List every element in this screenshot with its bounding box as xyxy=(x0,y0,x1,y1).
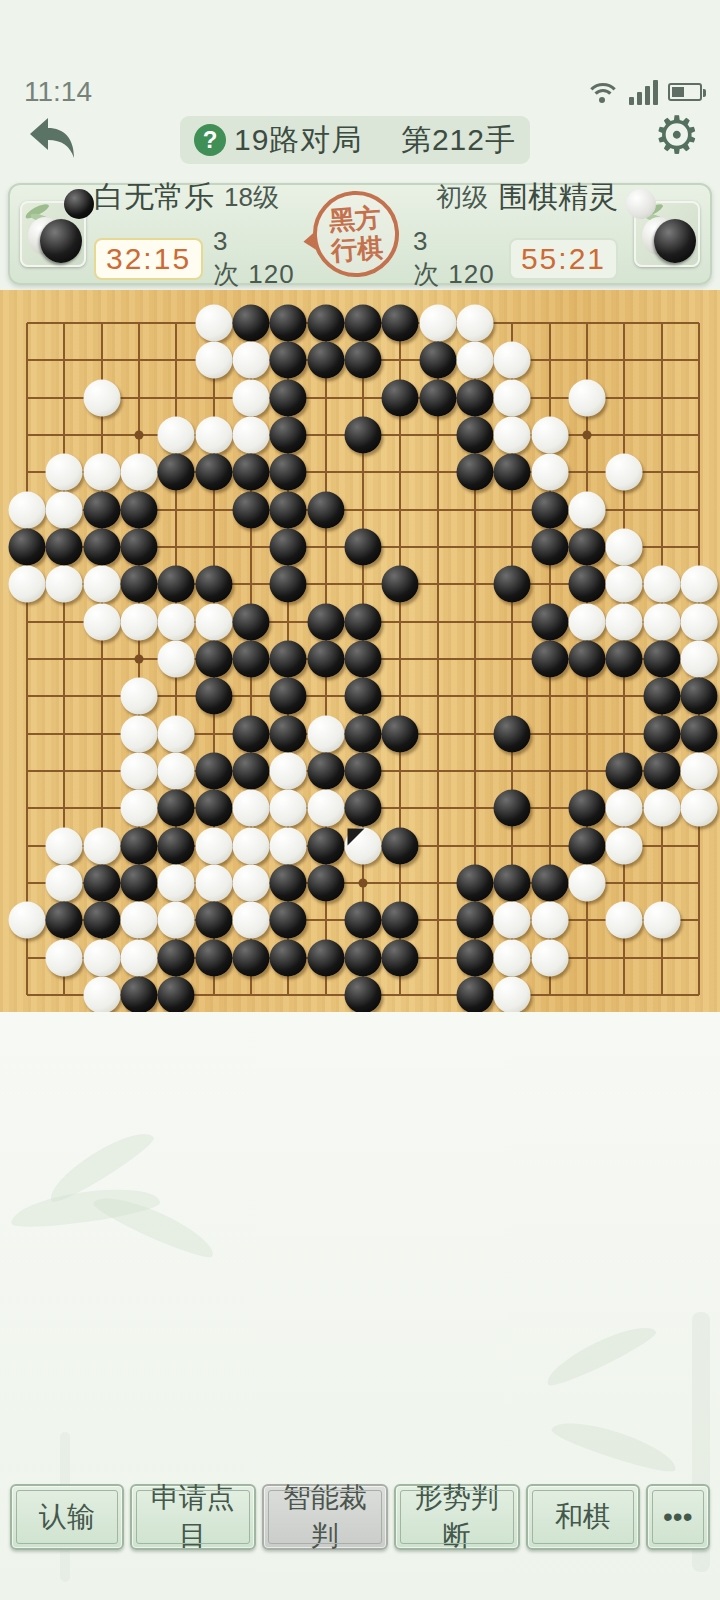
white-stone xyxy=(46,491,83,528)
star-point xyxy=(134,654,143,663)
gear-icon[interactable]: ⚙ xyxy=(647,104,706,166)
black-stone xyxy=(568,528,605,565)
header: ? 19路对局 第212手 ⚙ xyxy=(0,110,720,170)
black-stone xyxy=(494,864,531,901)
white-stone xyxy=(494,416,531,453)
black-stone xyxy=(307,827,344,864)
black-stone xyxy=(456,902,493,939)
black-stone xyxy=(494,715,531,752)
black-stone xyxy=(232,603,269,640)
white-stone xyxy=(83,827,120,864)
black-stone xyxy=(344,752,381,789)
action-button-bar: 认输 申请点目 智能裁判 形势判断 和棋 ••• xyxy=(10,1484,710,1550)
white-stone xyxy=(568,864,605,901)
left-player-stone-badge xyxy=(64,189,94,219)
white-stone xyxy=(195,342,232,379)
black-stone xyxy=(643,752,680,789)
right-player-stone-badge xyxy=(626,189,656,219)
black-stone xyxy=(643,715,680,752)
grid-line xyxy=(399,323,401,995)
white-stone xyxy=(606,454,643,491)
black-stone xyxy=(344,305,381,342)
black-stone xyxy=(195,752,232,789)
black-stone xyxy=(83,528,120,565)
black-stone xyxy=(120,528,157,565)
black-stone xyxy=(344,640,381,677)
position-judge-button[interactable]: 形势判断 xyxy=(394,1484,520,1550)
black-stone xyxy=(531,603,568,640)
black-stone xyxy=(531,864,568,901)
black-stone xyxy=(494,454,531,491)
black-stone xyxy=(344,342,381,379)
white-stone xyxy=(270,752,307,789)
white-stone xyxy=(83,939,120,976)
back-button[interactable] xyxy=(20,112,76,164)
black-stone xyxy=(531,640,568,677)
white-stone xyxy=(456,342,493,379)
black-stone xyxy=(382,902,419,939)
black-stone xyxy=(195,678,232,715)
white-stone xyxy=(158,715,195,752)
black-stone xyxy=(195,902,232,939)
black-stone xyxy=(382,379,419,416)
white-stone xyxy=(606,566,643,603)
left-player-timer: 32:15 xyxy=(94,238,203,280)
white-stone xyxy=(195,603,232,640)
white-stone xyxy=(232,416,269,453)
white-stone xyxy=(120,454,157,491)
white-stone xyxy=(643,603,680,640)
black-stone xyxy=(382,715,419,752)
black-stone xyxy=(270,416,307,453)
white-stone xyxy=(158,752,195,789)
black-stone xyxy=(158,454,195,491)
more-button[interactable]: ••• xyxy=(646,1484,710,1550)
black-stone xyxy=(382,939,419,976)
black-stone xyxy=(344,902,381,939)
black-stone xyxy=(270,939,307,976)
white-stone xyxy=(606,902,643,939)
black-stone xyxy=(307,752,344,789)
black-stone xyxy=(456,864,493,901)
game-title-pill: ? 19路对局 第212手 xyxy=(180,116,530,164)
white-stone xyxy=(46,939,83,976)
black-stone xyxy=(270,678,307,715)
white-stone xyxy=(643,790,680,827)
white-stone xyxy=(46,827,83,864)
black-stone xyxy=(307,305,344,342)
white-stone xyxy=(83,566,120,603)
black-stone xyxy=(158,976,195,1013)
black-stone xyxy=(606,752,643,789)
black-stone xyxy=(158,939,195,976)
black-stone xyxy=(568,566,605,603)
white-stone xyxy=(680,640,717,677)
white-stone xyxy=(456,305,493,342)
white-stone xyxy=(120,752,157,789)
black-stone xyxy=(83,491,120,528)
black-stone xyxy=(456,939,493,976)
white-stone xyxy=(232,342,269,379)
black-stone xyxy=(270,864,307,901)
black-stone xyxy=(232,305,269,342)
white-stone xyxy=(195,864,232,901)
white-stone xyxy=(606,827,643,864)
black-stone xyxy=(456,454,493,491)
black-stone xyxy=(531,491,568,528)
request-count-button[interactable]: 申请点目 xyxy=(130,1484,256,1550)
help-icon[interactable]: ? xyxy=(194,124,226,156)
battery-icon xyxy=(668,83,702,101)
white-stone xyxy=(531,902,568,939)
white-stone xyxy=(83,603,120,640)
right-player-avatar[interactable] xyxy=(634,201,700,267)
white-stone xyxy=(494,342,531,379)
black-stone xyxy=(270,342,307,379)
white-stone xyxy=(568,491,605,528)
last-move-marker-icon xyxy=(347,828,364,845)
white-stone xyxy=(643,902,680,939)
black-stone xyxy=(120,864,157,901)
black-stone xyxy=(158,790,195,827)
white-stone xyxy=(531,939,568,976)
black-stone xyxy=(307,939,344,976)
white-stone xyxy=(531,416,568,453)
black-stone xyxy=(270,528,307,565)
right-player-timer: 55:21 xyxy=(509,238,618,280)
grid-line xyxy=(437,323,439,995)
black-stone xyxy=(344,603,381,640)
black-stone xyxy=(195,790,232,827)
move-counter: 第212手 xyxy=(401,120,516,161)
draw-button[interactable]: 和棋 xyxy=(526,1484,640,1550)
black-stone xyxy=(158,566,195,603)
black-stone xyxy=(232,939,269,976)
black-stone xyxy=(195,454,232,491)
white-stone xyxy=(568,603,605,640)
white-stone xyxy=(606,603,643,640)
white-stone xyxy=(120,939,157,976)
white-stone xyxy=(158,603,195,640)
stamp-pointer-icon xyxy=(303,232,316,251)
white-stone xyxy=(643,566,680,603)
left-player-avatar[interactable] xyxy=(20,201,86,267)
white-stone xyxy=(270,790,307,827)
black-stone xyxy=(494,790,531,827)
white-stone xyxy=(46,864,83,901)
black-stone xyxy=(232,715,269,752)
black-stone xyxy=(46,902,83,939)
black-stone xyxy=(307,864,344,901)
white-stone xyxy=(120,790,157,827)
black-stone xyxy=(270,566,307,603)
left-player-name: 白无常乐 xyxy=(94,177,214,218)
white-stone xyxy=(83,976,120,1013)
signal-bars-icon xyxy=(629,79,658,105)
white-stone xyxy=(494,976,531,1013)
game-title: 19路对局 xyxy=(234,120,362,161)
white-stone xyxy=(158,640,195,677)
white-stone xyxy=(307,790,344,827)
white-stone xyxy=(680,566,717,603)
clock-time: 11:14 xyxy=(24,76,92,108)
white-stone xyxy=(568,379,605,416)
star-point xyxy=(582,430,591,439)
white-stone xyxy=(158,416,195,453)
black-stone xyxy=(270,902,307,939)
white-stone xyxy=(120,678,157,715)
black-stone xyxy=(158,827,195,864)
white-stone xyxy=(494,379,531,416)
players-panel: 白无常乐 18级 32:15 3次 120 黑方 行棋 初级 围棋精灵 3次 1… xyxy=(8,183,712,285)
turn-stamp-seal: 黑方 行棋 xyxy=(310,188,402,280)
white-stone xyxy=(120,902,157,939)
white-stone xyxy=(46,454,83,491)
black-stone xyxy=(307,603,344,640)
black-stone xyxy=(232,752,269,789)
black-stone xyxy=(382,305,419,342)
white-stone xyxy=(83,379,120,416)
black-stone xyxy=(120,491,157,528)
white-stone xyxy=(232,790,269,827)
black-stone xyxy=(195,939,232,976)
white-stone xyxy=(120,603,157,640)
black-stone xyxy=(232,454,269,491)
black-stone xyxy=(456,416,493,453)
white-stone xyxy=(680,752,717,789)
white-stone xyxy=(531,454,568,491)
black-stone xyxy=(83,864,120,901)
black-stone xyxy=(270,491,307,528)
black-stone xyxy=(419,342,456,379)
white-stone xyxy=(232,827,269,864)
black-stone xyxy=(344,939,381,976)
white-stone xyxy=(195,416,232,453)
white-stone xyxy=(680,603,717,640)
black-stone xyxy=(568,827,605,864)
black-stone xyxy=(307,491,344,528)
white-stone xyxy=(158,864,195,901)
white-stone xyxy=(83,454,120,491)
white-stone xyxy=(606,528,643,565)
black-stone xyxy=(120,827,157,864)
white-stone xyxy=(232,379,269,416)
wifi-icon xyxy=(585,79,619,105)
black-stone xyxy=(344,976,381,1013)
white-stone xyxy=(158,902,195,939)
black-stone xyxy=(606,640,643,677)
white-stone xyxy=(494,902,531,939)
black-stone xyxy=(195,566,232,603)
right-player-name: 围棋精灵 xyxy=(498,177,618,218)
white-stone xyxy=(9,491,46,528)
black-stone xyxy=(344,416,381,453)
black-stone xyxy=(120,976,157,1013)
right-player-rank: 初级 xyxy=(436,180,488,215)
right-player-periods: 3次 120 xyxy=(413,226,499,292)
white-stone xyxy=(419,305,456,342)
black-stone xyxy=(456,379,493,416)
white-stone xyxy=(494,939,531,976)
go-board[interactable] xyxy=(0,290,720,1012)
black-stone xyxy=(307,342,344,379)
black-stone xyxy=(531,528,568,565)
ai-referee-button[interactable]: 智能裁判 xyxy=(262,1484,388,1550)
black-stone xyxy=(307,640,344,677)
white-stone xyxy=(195,305,232,342)
black-stone xyxy=(382,566,419,603)
black-stone xyxy=(344,528,381,565)
black-stone xyxy=(344,678,381,715)
white-stone xyxy=(344,827,381,864)
black-stone xyxy=(382,827,419,864)
back-arrow-icon xyxy=(26,114,78,160)
black-stone xyxy=(270,454,307,491)
white-stone xyxy=(606,790,643,827)
white-stone xyxy=(232,864,269,901)
white-stone xyxy=(9,902,46,939)
black-stone xyxy=(270,379,307,416)
black-stone xyxy=(195,640,232,677)
black-stone xyxy=(344,715,381,752)
left-player-periods: 3次 120 xyxy=(213,226,299,292)
white-stone xyxy=(232,902,269,939)
resign-button[interactable]: 认输 xyxy=(10,1484,124,1550)
black-stone xyxy=(419,379,456,416)
white-stone xyxy=(680,790,717,827)
black-stone xyxy=(232,640,269,677)
black-stone xyxy=(46,528,83,565)
white-stone xyxy=(195,827,232,864)
black-stone xyxy=(83,902,120,939)
status-bar: 11:14 xyxy=(0,74,720,110)
left-player-rank: 18级 xyxy=(224,180,279,215)
white-stone xyxy=(270,827,307,864)
black-stone xyxy=(680,678,717,715)
white-stone xyxy=(46,566,83,603)
black-stone xyxy=(344,790,381,827)
black-stone xyxy=(494,566,531,603)
white-stone xyxy=(120,715,157,752)
black-stone xyxy=(680,715,717,752)
white-stone xyxy=(9,566,46,603)
black-stone xyxy=(270,305,307,342)
black-stone xyxy=(9,528,46,565)
black-stone xyxy=(120,566,157,603)
white-stone xyxy=(307,715,344,752)
black-stone xyxy=(643,640,680,677)
black-stone xyxy=(568,790,605,827)
black-stone xyxy=(270,640,307,677)
black-stone xyxy=(270,715,307,752)
star-point xyxy=(134,430,143,439)
black-stone xyxy=(643,678,680,715)
black-stone xyxy=(456,976,493,1013)
black-stone xyxy=(568,640,605,677)
star-point xyxy=(358,878,367,887)
black-stone xyxy=(232,491,269,528)
